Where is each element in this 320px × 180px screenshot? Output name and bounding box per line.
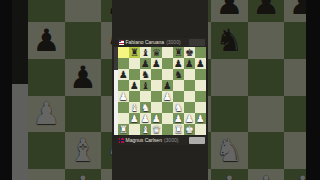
- piece-white-king[interactable]: ♚: [185, 125, 194, 135]
- square-c1[interactable]: ♝: [140, 124, 151, 135]
- square-h6[interactable]: [195, 69, 206, 80]
- piece-black-pawn[interactable]: ♟: [163, 81, 172, 91]
- square-d2[interactable]: ♟: [151, 113, 162, 124]
- piece-white-pawn[interactable]: ♟: [174, 114, 183, 124]
- square-h3[interactable]: [195, 102, 206, 113]
- square-g3[interactable]: [184, 102, 195, 113]
- piece-white-pawn[interactable]: ♟: [141, 114, 150, 124]
- square-h7[interactable]: ♟: [195, 58, 206, 69]
- square-b2[interactable]: ♟: [129, 113, 140, 124]
- square-c2[interactable]: ♟: [140, 113, 151, 124]
- piece-black-pawn[interactable]: ♟: [152, 59, 161, 69]
- square-a7[interactable]: [118, 58, 129, 69]
- piece-black-bishop[interactable]: ♝: [141, 48, 150, 58]
- us-flag-icon: [119, 40, 124, 45]
- square-b7[interactable]: [129, 58, 140, 69]
- piece-black-rook[interactable]: ♜: [130, 48, 139, 58]
- square-f8[interactable]: ♜: [173, 47, 184, 58]
- piece-white-knight[interactable]: ♞: [174, 103, 183, 113]
- piece-white-pawn[interactable]: ♟: [185, 114, 194, 124]
- square-e6[interactable]: [162, 69, 173, 80]
- piece-black-knight[interactable]: ♞: [141, 70, 150, 80]
- piece-black-bishop[interactable]: ♝: [141, 81, 150, 91]
- player-rating-bottom: (3000): [164, 137, 178, 143]
- square-d5[interactable]: [151, 80, 162, 91]
- square-g4[interactable]: [184, 91, 195, 102]
- piece-black-queen[interactable]: ♛: [152, 48, 161, 58]
- piece-black-pawn[interactable]: ♟: [130, 81, 139, 91]
- player-bar-top: Fabiano Caruana (3000): [117, 38, 206, 48]
- square-e4[interactable]: ♟: [162, 91, 173, 102]
- piece-black-knight[interactable]: ♞: [174, 70, 183, 80]
- square-d3[interactable]: [151, 102, 162, 113]
- square-a5[interactable]: [118, 80, 129, 91]
- square-d8[interactable]: ♛: [151, 47, 162, 58]
- square-g2[interactable]: ♟: [184, 113, 195, 124]
- piece-white-pawn[interactable]: ♟: [163, 92, 172, 102]
- player-name-top: Fabiano Caruana: [126, 39, 165, 45]
- square-h8[interactable]: [195, 47, 206, 58]
- square-h4[interactable]: [195, 91, 206, 102]
- square-e7[interactable]: [162, 58, 173, 69]
- square-g8[interactable]: ♚: [184, 47, 195, 58]
- norway-flag-icon: [119, 138, 124, 143]
- eval-bar-white-portion: [114, 70, 118, 135]
- clock-top: [189, 39, 205, 46]
- square-f3[interactable]: ♞: [173, 102, 184, 113]
- square-g5[interactable]: [184, 80, 195, 91]
- piece-black-pawn[interactable]: ♟: [196, 59, 205, 69]
- video-panel: Fabiano Caruana (3000) ♜♝♛♜♚♟♟♟♟♟♟♞♞♟♝♟♟…: [112, 0, 208, 180]
- square-d6[interactable]: [151, 69, 162, 80]
- player-rating-top: (3000): [166, 39, 180, 45]
- square-a6[interactable]: ♟: [118, 69, 129, 80]
- piece-white-bishop[interactable]: ♝: [130, 103, 139, 113]
- piece-black-pawn[interactable]: ♟: [185, 59, 194, 69]
- piece-white-rook[interactable]: ♜: [174, 125, 183, 135]
- piece-white-pawn[interactable]: ♟: [119, 92, 128, 102]
- square-a8[interactable]: [118, 47, 129, 58]
- square-b8[interactable]: ♜: [129, 47, 140, 58]
- square-d7[interactable]: ♟: [151, 58, 162, 69]
- square-c3[interactable]: ♞: [140, 102, 151, 113]
- square-e5[interactable]: ♟: [162, 80, 173, 91]
- piece-black-pawn[interactable]: ♟: [119, 70, 128, 80]
- square-e2[interactable]: [162, 113, 173, 124]
- square-f6[interactable]: ♞: [173, 69, 184, 80]
- piece-white-bishop[interactable]: ♝: [141, 125, 150, 135]
- square-b5[interactable]: ♟: [129, 80, 140, 91]
- square-a3[interactable]: [118, 102, 129, 113]
- square-e1[interactable]: [162, 124, 173, 135]
- square-f7[interactable]: ♟: [173, 58, 184, 69]
- player-bar-bottom: Magnus Carlsen (3000): [117, 136, 206, 146]
- piece-black-rook[interactable]: ♜: [174, 48, 183, 58]
- left-letterbox: [0, 0, 12, 180]
- square-b1[interactable]: [129, 124, 140, 135]
- square-e8[interactable]: [162, 47, 173, 58]
- square-c7[interactable]: ♟: [140, 58, 151, 69]
- piece-black-pawn[interactable]: ♟: [174, 59, 183, 69]
- piece-white-pawn[interactable]: ♟: [196, 114, 205, 124]
- clock-bottom: [189, 137, 205, 144]
- square-a4[interactable]: ♟: [118, 91, 129, 102]
- player-name-bottom: Magnus Carlsen: [126, 137, 162, 143]
- square-f1[interactable]: ♜: [173, 124, 184, 135]
- square-h5[interactable]: [195, 80, 206, 91]
- square-b3[interactable]: ♝: [129, 102, 140, 113]
- square-b6[interactable]: [129, 69, 140, 80]
- eval-bar: [114, 47, 118, 135]
- square-f2[interactable]: ♟: [173, 113, 184, 124]
- square-e3[interactable]: [162, 102, 173, 113]
- piece-black-pawn[interactable]: ♟: [141, 59, 150, 69]
- square-d1[interactable]: ♛: [151, 124, 162, 135]
- square-f4[interactable]: [173, 91, 184, 102]
- square-c5[interactable]: ♝: [140, 80, 151, 91]
- square-f5[interactable]: [173, 80, 184, 91]
- chess-board[interactable]: ♜♝♛♜♚♟♟♟♟♟♟♞♞♟♝♟♟♟♝♞♞♟♟♟♟♟♟♜♝♛♜♚: [118, 47, 206, 135]
- piece-white-pawn[interactable]: ♟: [130, 114, 139, 124]
- piece-black-king[interactable]: ♚: [185, 48, 194, 58]
- square-c4[interactable]: [140, 91, 151, 102]
- piece-white-queen[interactable]: ♛: [152, 125, 161, 135]
- video-frame: ♜♝♛♜♚♟♟♟♟♟♟♞♞♟♝♟♟♟♝♞♞♟♟♟♟♟♟♜♝♛♜♚ Fabiano…: [0, 0, 320, 180]
- piece-white-knight[interactable]: ♞: [141, 103, 150, 113]
- square-d4[interactable]: [151, 91, 162, 102]
- square-g7[interactable]: ♟: [184, 58, 195, 69]
- piece-white-pawn[interactable]: ♟: [152, 114, 161, 124]
- square-g6[interactable]: [184, 69, 195, 80]
- square-c6[interactable]: ♞: [140, 69, 151, 80]
- square-c8[interactable]: ♝: [140, 47, 151, 58]
- square-b4[interactable]: [129, 91, 140, 102]
- square-a2[interactable]: [118, 113, 129, 124]
- square-g1[interactable]: ♚: [184, 124, 195, 135]
- right-letterbox: [306, 0, 320, 180]
- square-h1[interactable]: [195, 124, 206, 135]
- square-h2[interactable]: ♟: [195, 113, 206, 124]
- square-a1[interactable]: ♜: [118, 124, 129, 135]
- piece-white-rook[interactable]: ♜: [119, 125, 128, 135]
